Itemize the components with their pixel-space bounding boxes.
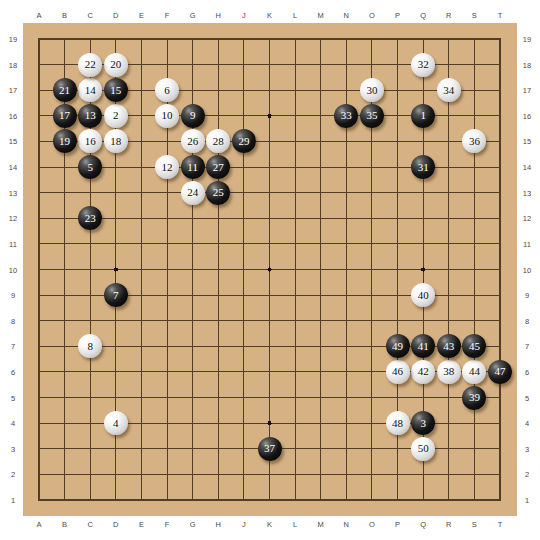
row-label-left-18: 18: [9, 60, 17, 69]
move-number: 2: [113, 110, 119, 121]
col-label-top-n: N: [344, 11, 349, 20]
col-label-bottom-j: J: [242, 520, 246, 529]
row-label-right-3: 3: [525, 444, 529, 453]
stone-g15-move-26[interactable]: 26: [181, 129, 205, 153]
stone-d16-move-2[interactable]: 2: [104, 104, 128, 128]
move-number: 49: [392, 341, 403, 352]
move-number: 41: [418, 341, 429, 352]
row-label-right-6: 6: [525, 367, 529, 376]
move-number: 12: [162, 162, 173, 173]
move-number: 8: [87, 341, 93, 352]
row-label-left-9: 9: [11, 291, 15, 300]
col-label-bottom-h: H: [216, 520, 221, 529]
row-label-right-18: 18: [523, 60, 531, 69]
col-label-bottom-t: T: [498, 520, 503, 529]
move-number: 1: [420, 110, 426, 121]
stone-d18-move-20[interactable]: 20: [104, 53, 128, 77]
row-label-left-2: 2: [11, 470, 15, 479]
col-label-top-p: P: [395, 11, 400, 20]
move-number: 34: [443, 85, 454, 96]
move-number: 31: [418, 162, 429, 173]
col-label-bottom-g: G: [190, 520, 196, 529]
move-number: 15: [110, 85, 121, 96]
stone-p4-move-48[interactable]: 48: [386, 411, 410, 435]
col-label-bottom-q: Q: [420, 520, 426, 529]
move-number: 33: [341, 110, 352, 121]
move-number: 10: [162, 110, 173, 121]
stone-q3-move-50[interactable]: 50: [411, 437, 435, 461]
col-label-bottom-b: B: [62, 520, 67, 529]
stone-o16-move-35[interactable]: 35: [360, 104, 384, 128]
move-number: 11: [187, 162, 198, 173]
stone-q16-move-1[interactable]: 1: [411, 104, 435, 128]
stone-t6-move-47[interactable]: 47: [488, 360, 512, 384]
stone-g13-move-24[interactable]: 24: [181, 181, 205, 205]
row-label-left-5: 5: [11, 393, 15, 402]
row-label-right-13: 13: [523, 188, 531, 197]
col-label-top-k: K: [267, 11, 272, 20]
col-label-top-m: M: [318, 11, 324, 20]
stone-c18-move-22[interactable]: 22: [78, 53, 102, 77]
stone-p6-move-46[interactable]: 46: [386, 360, 410, 384]
stone-b16-move-17[interactable]: 17: [53, 104, 77, 128]
row-label-left-17: 17: [9, 86, 17, 95]
col-label-top-d: D: [113, 11, 118, 20]
row-label-right-19: 19: [523, 35, 531, 44]
col-label-top-s: S: [472, 11, 477, 20]
row-label-right-8: 8: [525, 316, 529, 325]
col-label-bottom-k: K: [267, 520, 272, 529]
stone-d17-move-15[interactable]: 15: [104, 78, 128, 102]
move-number: 22: [85, 59, 96, 70]
stone-d9-move-7[interactable]: 7: [104, 283, 128, 307]
col-label-top-t: T: [498, 11, 503, 20]
star-point-k4: [267, 421, 271, 425]
col-label-bottom-p: P: [395, 520, 400, 529]
stone-n16-move-33[interactable]: 33: [334, 104, 358, 128]
stone-q18-move-32[interactable]: 32: [411, 53, 435, 77]
move-number: 6: [164, 85, 170, 96]
stone-h13-move-25[interactable]: 25: [206, 181, 230, 205]
col-label-bottom-o: O: [369, 520, 375, 529]
move-number: 21: [59, 85, 70, 96]
move-number: 37: [264, 443, 275, 454]
stone-o17-move-30[interactable]: 30: [360, 78, 384, 102]
row-label-left-15: 15: [9, 137, 17, 146]
stone-f16-move-10[interactable]: 10: [155, 104, 179, 128]
row-label-left-6: 6: [11, 367, 15, 376]
row-label-left-3: 3: [11, 444, 15, 453]
row-label-right-17: 17: [523, 86, 531, 95]
move-number: 23: [85, 213, 96, 224]
star-point-d10: [114, 267, 118, 271]
star-point-k16: [267, 114, 271, 118]
move-number: 18: [110, 136, 121, 147]
move-number: 35: [366, 110, 377, 121]
move-number: 14: [85, 85, 96, 96]
move-number: 3: [420, 418, 426, 429]
stone-b17-move-21[interactable]: 21: [53, 78, 77, 102]
move-number: 26: [187, 136, 198, 147]
row-label-left-11: 11: [9, 239, 17, 248]
row-label-left-1: 1: [11, 496, 15, 505]
col-label-bottom-n: N: [344, 520, 349, 529]
stone-p7-move-49[interactable]: 49: [386, 334, 410, 358]
row-label-right-11: 11: [523, 239, 531, 248]
move-number: 27: [213, 162, 224, 173]
stone-d4-move-4[interactable]: 4: [104, 411, 128, 435]
move-number: 30: [366, 85, 377, 96]
row-label-right-14: 14: [523, 163, 531, 172]
move-number: 7: [113, 290, 119, 301]
move-number: 25: [213, 187, 224, 198]
move-number: 24: [187, 187, 198, 198]
col-label-top-q: Q: [420, 11, 426, 20]
row-label-right-10: 10: [523, 265, 531, 274]
move-number: 29: [238, 136, 249, 147]
col-label-top-b: B: [62, 11, 67, 20]
move-number: 39: [469, 392, 480, 403]
row-label-left-13: 13: [9, 188, 17, 197]
move-number: 36: [469, 136, 480, 147]
move-number: 45: [469, 341, 480, 352]
stone-r7-move-43[interactable]: 43: [437, 334, 461, 358]
move-number: 13: [85, 110, 96, 121]
col-label-top-l: L: [293, 11, 297, 20]
col-label-bottom-r: R: [446, 520, 451, 529]
move-number: 9: [190, 110, 196, 121]
row-label-right-15: 15: [523, 137, 531, 146]
col-label-top-g: G: [190, 11, 196, 20]
stone-f14-move-12[interactable]: 12: [155, 155, 179, 179]
move-number: 16: [85, 136, 96, 147]
move-number: 17: [59, 110, 70, 121]
move-number: 43: [443, 341, 454, 352]
row-label-right-4: 4: [525, 419, 529, 428]
row-label-left-14: 14: [9, 163, 17, 172]
col-label-top-h: H: [216, 11, 221, 20]
move-number: 48: [392, 418, 403, 429]
stone-s5-move-39[interactable]: 39: [462, 386, 486, 410]
col-label-top-f: F: [165, 11, 170, 20]
row-label-left-10: 10: [9, 265, 17, 274]
row-label-right-9: 9: [525, 291, 529, 300]
move-number: 38: [443, 366, 454, 377]
col-label-bottom-m: M: [318, 520, 324, 529]
row-label-right-12: 12: [523, 214, 531, 223]
col-label-bottom-a: A: [36, 520, 41, 529]
row-label-left-8: 8: [11, 316, 15, 325]
stone-r17-move-34[interactable]: 34: [437, 78, 461, 102]
row-label-right-16: 16: [523, 111, 531, 120]
col-label-bottom-f: F: [165, 520, 170, 529]
row-label-left-16: 16: [9, 111, 17, 120]
row-label-right-7: 7: [525, 342, 529, 351]
move-number: 44: [469, 366, 480, 377]
col-label-bottom-e: E: [139, 520, 144, 529]
stone-r6-move-38[interactable]: 38: [437, 360, 461, 384]
col-label-top-j: J: [242, 11, 246, 20]
row-label-right-1: 1: [525, 496, 529, 505]
col-label-top-r: R: [446, 11, 451, 20]
star-point-k10: [267, 267, 271, 271]
col-label-top-c: C: [88, 11, 93, 20]
col-label-top-e: E: [139, 11, 144, 20]
stone-b15-move-19[interactable]: 19: [53, 129, 77, 153]
stone-k3-move-37[interactable]: 37: [258, 437, 282, 461]
move-number: 5: [87, 162, 93, 173]
row-label-right-5: 5: [525, 393, 529, 402]
stone-q6-move-42[interactable]: 42: [411, 360, 435, 384]
col-label-top-o: O: [369, 11, 375, 20]
col-label-top-a: A: [36, 11, 41, 20]
go-game-diagram: AABBCCDDEEFFGGHHJJKKLLMMNNOOPPQQRRSSTT19…: [0, 0, 540, 540]
stone-c16-move-13[interactable]: 13: [78, 104, 102, 128]
move-number: 40: [418, 290, 429, 301]
row-label-right-2: 2: [525, 470, 529, 479]
row-label-left-4: 4: [11, 419, 15, 428]
move-number: 20: [110, 59, 121, 70]
col-label-bottom-c: C: [88, 520, 93, 529]
move-number: 4: [113, 418, 119, 429]
star-point-q10: [421, 267, 425, 271]
row-label-left-12: 12: [9, 214, 17, 223]
stone-g16-move-9[interactable]: 9: [181, 104, 205, 128]
move-number: 46: [392, 366, 403, 377]
move-number: 32: [418, 59, 429, 70]
move-number: 50: [418, 443, 429, 454]
col-label-bottom-d: D: [113, 520, 118, 529]
move-number: 47: [495, 366, 506, 377]
col-label-bottom-l: L: [293, 520, 297, 529]
stone-g14-move-11[interactable]: 11: [181, 155, 205, 179]
move-number: 19: [59, 136, 70, 147]
move-number: 28: [213, 136, 224, 147]
move-number: 42: [418, 366, 429, 377]
col-label-bottom-s: S: [472, 520, 477, 529]
row-label-left-7: 7: [11, 342, 15, 351]
row-label-left-19: 19: [9, 35, 17, 44]
